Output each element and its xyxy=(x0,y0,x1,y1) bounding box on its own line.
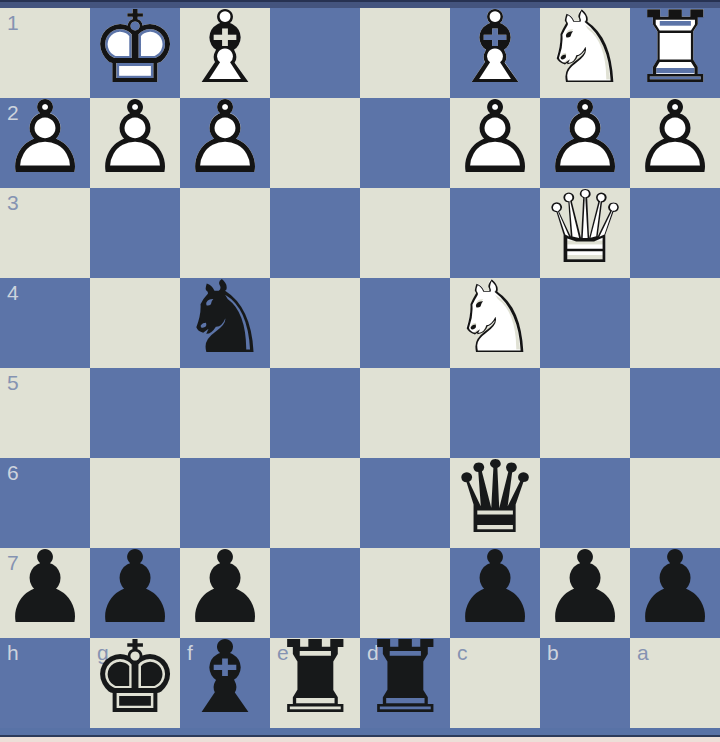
square-d7[interactable] xyxy=(360,548,450,638)
square-a8[interactable]: a xyxy=(630,638,720,728)
black-queen-glyph: ♛ xyxy=(450,453,540,543)
black-knight-glyph: ♞ xyxy=(180,273,270,363)
square-d6[interactable] xyxy=(360,458,450,548)
white-queen: ♛♕ xyxy=(540,188,630,278)
white-pawn: ♟♙ xyxy=(180,98,270,188)
coordinate-label-7: 7 xyxy=(7,552,19,573)
white-king-fill: ♚ xyxy=(90,3,180,93)
square-b4[interactable] xyxy=(540,278,630,368)
white-pawn-outline: ♙ xyxy=(180,93,270,183)
white-bishop: ♝♗ xyxy=(450,8,540,98)
square-c4[interactable]: ♞♘ xyxy=(450,278,540,368)
white-king: ♚♔ xyxy=(90,8,180,98)
square-e7[interactable] xyxy=(270,548,360,638)
app-window: 1♚♔♝♗♝♗♞♘♜♖2♟♙♟♙♟♙♟♙♟♙♟♙3♛♕4♞♞♘56♛7♟♟♟♟♟… xyxy=(0,0,720,742)
square-h3[interactable]: 3 xyxy=(0,188,90,278)
coordinate-label-5: 5 xyxy=(7,372,19,393)
square-f6[interactable] xyxy=(180,458,270,548)
white-knight-outline: ♘ xyxy=(540,3,630,93)
coordinate-label-6: 6 xyxy=(7,462,19,483)
black-pawn-glyph: ♟ xyxy=(90,543,180,633)
black-pawn: ♟ xyxy=(630,548,720,638)
coordinate-label-1: 1 xyxy=(7,12,19,33)
white-knight: ♞♘ xyxy=(540,8,630,98)
square-d5[interactable] xyxy=(360,368,450,458)
white-pawn-outline: ♙ xyxy=(450,93,540,183)
black-queen: ♛ xyxy=(450,458,540,548)
square-b7[interactable]: ♟ xyxy=(540,548,630,638)
coordinate-label-2: 2 xyxy=(7,102,19,123)
chess-board: 1♚♔♝♗♝♗♞♘♜♖2♟♙♟♙♟♙♟♙♟♙♟♙3♛♕4♞♞♘56♛7♟♟♟♟♟… xyxy=(0,8,720,728)
square-h7[interactable]: 7♟ xyxy=(0,548,90,638)
black-bishop: ♝ xyxy=(180,638,270,728)
square-b2[interactable]: ♟♙ xyxy=(540,98,630,188)
square-c1[interactable]: ♝♗ xyxy=(450,8,540,98)
square-f3[interactable] xyxy=(180,188,270,278)
square-b5[interactable] xyxy=(540,368,630,458)
square-h5[interactable]: 5 xyxy=(0,368,90,458)
square-b8[interactable]: b xyxy=(540,638,630,728)
square-a5[interactable] xyxy=(630,368,720,458)
square-g5[interactable] xyxy=(90,368,180,458)
white-queen-fill: ♛ xyxy=(540,183,630,273)
square-d3[interactable] xyxy=(360,188,450,278)
coordinate-label-a: a xyxy=(637,642,649,663)
square-h8[interactable]: h xyxy=(0,638,90,728)
white-pawn-outline: ♙ xyxy=(540,93,630,183)
white-pawn: ♟♙ xyxy=(540,98,630,188)
white-rook-fill: ♜ xyxy=(630,3,720,93)
white-pawn-fill: ♟ xyxy=(180,93,270,183)
black-pawn-glyph: ♟ xyxy=(450,543,540,633)
white-knight-fill: ♞ xyxy=(450,273,540,363)
square-a1[interactable]: ♜♖ xyxy=(630,8,720,98)
bottom-blue-bar xyxy=(0,728,720,735)
square-g2[interactable]: ♟♙ xyxy=(90,98,180,188)
square-a6[interactable] xyxy=(630,458,720,548)
black-pawn-glyph: ♟ xyxy=(540,543,630,633)
coordinate-label-g: g xyxy=(97,642,109,663)
white-pawn-fill: ♟ xyxy=(630,93,720,183)
square-a3[interactable] xyxy=(630,188,720,278)
square-g3[interactable] xyxy=(90,188,180,278)
square-a2[interactable]: ♟♙ xyxy=(630,98,720,188)
white-pawn-fill: ♟ xyxy=(90,93,180,183)
square-d2[interactable] xyxy=(360,98,450,188)
square-a4[interactable] xyxy=(630,278,720,368)
square-e8[interactable]: e♜ xyxy=(270,638,360,728)
square-e3[interactable] xyxy=(270,188,360,278)
coordinate-label-d: d xyxy=(367,642,379,663)
white-pawn-outline: ♙ xyxy=(630,93,720,183)
square-g6[interactable] xyxy=(90,458,180,548)
coordinate-label-3: 3 xyxy=(7,192,19,213)
white-pawn-outline: ♙ xyxy=(90,93,180,183)
black-pawn: ♟ xyxy=(450,548,540,638)
square-h6[interactable]: 6 xyxy=(0,458,90,548)
white-rook-outline: ♖ xyxy=(630,3,720,93)
black-pawn: ♟ xyxy=(540,548,630,638)
square-b6[interactable] xyxy=(540,458,630,548)
square-g7[interactable]: ♟ xyxy=(90,548,180,638)
square-c8[interactable]: c xyxy=(450,638,540,728)
white-king-outline: ♔ xyxy=(90,3,180,93)
square-f8[interactable]: f♝ xyxy=(180,638,270,728)
black-pawn-glyph: ♟ xyxy=(630,543,720,633)
black-bishop-glyph: ♝ xyxy=(180,633,270,723)
square-g1[interactable]: ♚♔ xyxy=(90,8,180,98)
white-bishop-fill: ♝ xyxy=(180,3,270,93)
square-b3[interactable]: ♛♕ xyxy=(540,188,630,278)
square-b1[interactable]: ♞♘ xyxy=(540,8,630,98)
square-h2[interactable]: 2♟♙ xyxy=(0,98,90,188)
white-pawn: ♟♙ xyxy=(90,98,180,188)
white-bishop-outline: ♗ xyxy=(180,3,270,93)
square-h4[interactable]: 4 xyxy=(0,278,90,368)
square-e6[interactable] xyxy=(270,458,360,548)
white-bishop-fill: ♝ xyxy=(450,3,540,93)
white-queen-outline: ♕ xyxy=(540,183,630,273)
bottom-background-strip xyxy=(0,737,720,742)
square-e5[interactable] xyxy=(270,368,360,458)
black-knight: ♞ xyxy=(180,278,270,368)
square-d1[interactable] xyxy=(360,8,450,98)
coordinate-label-4: 4 xyxy=(7,282,19,303)
square-c6[interactable]: ♛ xyxy=(450,458,540,548)
white-pawn-fill: ♟ xyxy=(540,93,630,183)
square-d8[interactable]: d♜ xyxy=(360,638,450,728)
square-e2[interactable] xyxy=(270,98,360,188)
white-pawn-fill: ♟ xyxy=(450,93,540,183)
square-g8[interactable]: g♚ xyxy=(90,638,180,728)
white-bishop-outline: ♗ xyxy=(450,3,540,93)
coordinate-label-f: f xyxy=(187,642,193,663)
black-pawn-glyph: ♟ xyxy=(180,543,270,633)
white-knight-fill: ♞ xyxy=(540,3,630,93)
black-pawn: ♟ xyxy=(90,548,180,638)
square-f7[interactable]: ♟ xyxy=(180,548,270,638)
top-edge-bar xyxy=(0,0,720,8)
white-knight-outline: ♘ xyxy=(450,273,540,363)
coordinate-label-h: h xyxy=(7,642,19,663)
coordinate-label-e: e xyxy=(277,642,289,663)
square-h1[interactable]: 1 xyxy=(0,8,90,98)
black-pawn: ♟ xyxy=(180,548,270,638)
square-f5[interactable] xyxy=(180,368,270,458)
white-pawn: ♟♙ xyxy=(630,98,720,188)
white-knight: ♞♘ xyxy=(450,278,540,368)
square-c5[interactable] xyxy=(450,368,540,458)
square-e4[interactable] xyxy=(270,278,360,368)
square-f2[interactable]: ♟♙ xyxy=(180,98,270,188)
square-c7[interactable]: ♟ xyxy=(450,548,540,638)
coordinate-label-b: b xyxy=(547,642,559,663)
square-g4[interactable] xyxy=(90,278,180,368)
white-rook: ♜♖ xyxy=(630,8,720,98)
white-bishop: ♝♗ xyxy=(180,8,270,98)
square-d4[interactable] xyxy=(360,278,450,368)
square-a7[interactable]: ♟ xyxy=(630,548,720,638)
square-c2[interactable]: ♟♙ xyxy=(450,98,540,188)
square-f1[interactable]: ♝♗ xyxy=(180,8,270,98)
coordinate-label-c: c xyxy=(457,642,468,663)
square-f4[interactable]: ♞ xyxy=(180,278,270,368)
white-pawn: ♟♙ xyxy=(450,98,540,188)
square-e1[interactable] xyxy=(270,8,360,98)
square-c3[interactable] xyxy=(450,188,540,278)
